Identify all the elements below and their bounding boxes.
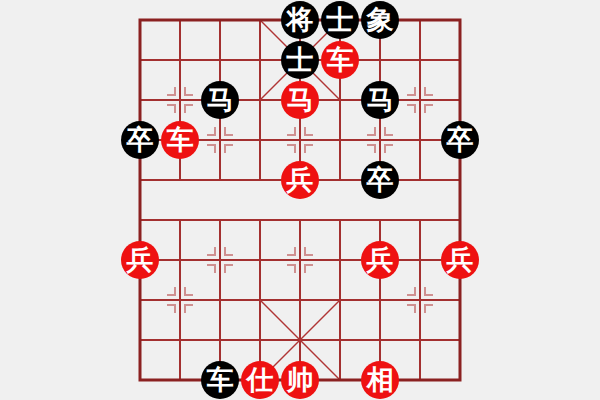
piece-black-advisor[interactable]: 士	[281, 41, 319, 79]
piece-glyph: 兵	[127, 247, 154, 274]
piece-red-chariot[interactable]: 车	[321, 41, 359, 79]
piece-red-soldier[interactable]: 兵	[441, 241, 479, 279]
piece-glyph: 马	[287, 87, 314, 114]
piece-black-chariot[interactable]: 车	[201, 361, 239, 399]
piece-glyph: 车	[327, 47, 354, 74]
piece-glyph: 马	[367, 87, 394, 114]
piece-glyph: 士	[287, 47, 314, 74]
piece-glyph: 仕	[247, 367, 274, 394]
pieces-layer: 将士象士车马马马卒车卒兵卒兵兵兵车仕帅相	[120, 0, 480, 400]
piece-red-elephant[interactable]: 相	[361, 361, 399, 399]
piece-glyph: 象	[367, 7, 394, 34]
piece-black-soldier[interactable]: 卒	[441, 121, 479, 159]
piece-red-soldier[interactable]: 兵	[121, 241, 159, 279]
piece-black-horse[interactable]: 马	[361, 81, 399, 119]
xiangqi-screen: 将士象士车马马马卒车卒兵卒兵兵兵车仕帅相	[0, 0, 600, 400]
piece-glyph: 帅	[287, 367, 314, 394]
piece-black-elephant[interactable]: 象	[361, 1, 399, 39]
piece-glyph: 兵	[287, 167, 314, 194]
piece-glyph: 兵	[367, 247, 394, 274]
piece-glyph: 兵	[447, 247, 474, 274]
piece-red-advisor[interactable]: 仕	[241, 361, 279, 399]
piece-glyph: 车	[207, 367, 234, 394]
piece-glyph: 卒	[447, 127, 474, 154]
piece-black-advisor[interactable]: 士	[321, 1, 359, 39]
piece-glyph: 将	[287, 7, 314, 34]
piece-red-soldier[interactable]: 兵	[281, 161, 319, 199]
piece-red-general[interactable]: 帅	[281, 361, 319, 399]
piece-glyph: 卒	[367, 167, 394, 194]
piece-black-soldier[interactable]: 卒	[361, 161, 399, 199]
piece-glyph: 车	[167, 127, 194, 154]
piece-red-chariot[interactable]: 车	[161, 121, 199, 159]
piece-black-horse[interactable]: 马	[201, 81, 239, 119]
piece-black-soldier[interactable]: 卒	[121, 121, 159, 159]
piece-glyph: 卒	[127, 127, 154, 154]
piece-glyph: 相	[367, 367, 394, 394]
piece-black-general[interactable]: 将	[281, 1, 319, 39]
piece-glyph: 马	[207, 87, 234, 114]
piece-red-horse[interactable]: 马	[281, 81, 319, 119]
piece-glyph: 士	[327, 7, 354, 34]
xiangqi-board: 将士象士车马马马卒车卒兵卒兵兵兵车仕帅相	[120, 0, 480, 400]
piece-red-soldier[interactable]: 兵	[361, 241, 399, 279]
